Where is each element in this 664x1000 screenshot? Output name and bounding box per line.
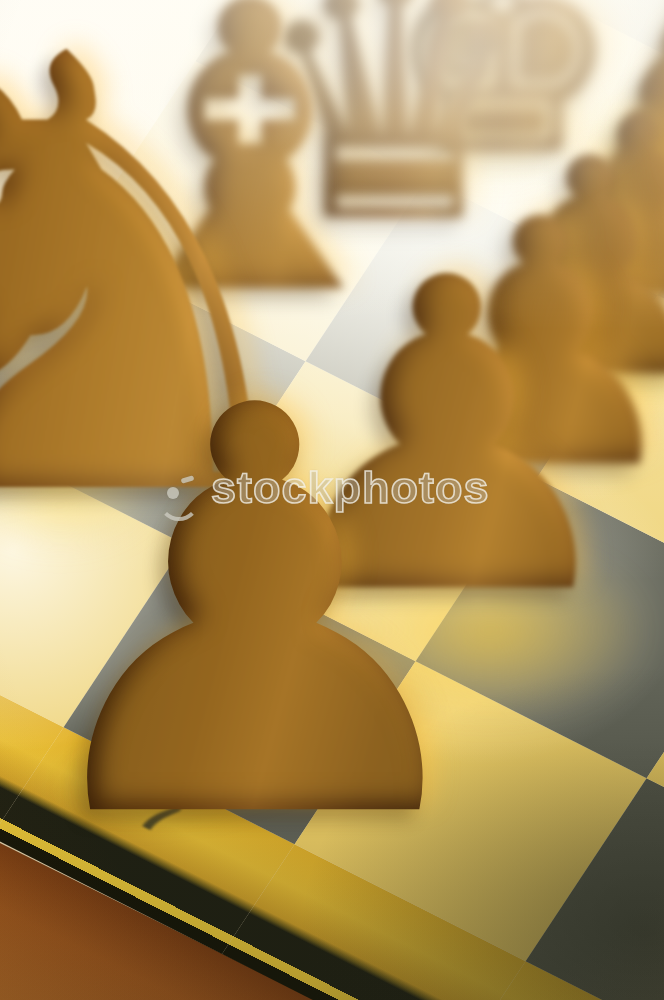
watermark-text: stockphotos (211, 462, 490, 514)
smiley-mouth (158, 479, 200, 521)
chess-stock-photo: 7 ♚ ♛ ♝ ♟ ♟ ♟ ♟ ♟ ♟ ♟ ♞ ♟ stockphotos (0, 0, 664, 1000)
smiley-face-icon (155, 465, 199, 511)
watermark: stockphotos (155, 462, 490, 514)
piece-a7-black-pawn: ♟ (0, 335, 535, 895)
